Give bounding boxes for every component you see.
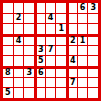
sudoku-cell-r6c5[interactable]: [46, 56, 56, 66]
sudoku-cell-r4c5[interactable]: [46, 35, 56, 45]
sudoku-cell-r3c6[interactable]: 1: [56, 24, 66, 34]
sudoku-cell-r7c3[interactable]: 3: [24, 67, 34, 77]
sudoku-cell-r8c5[interactable]: [46, 78, 56, 88]
sudoku-cell-r6c4[interactable]: 5: [35, 56, 45, 66]
sudoku-cell-r6c7[interactable]: 4: [67, 56, 77, 66]
sudoku-cell-r1c3[interactable]: [24, 3, 34, 13]
sudoku-cell-r9c1[interactable]: 5: [3, 88, 13, 98]
sudoku-cell-r6c6[interactable]: [56, 56, 66, 66]
sudoku-cell-r7c4[interactable]: 6: [35, 67, 45, 77]
sudoku-cell-r3c5[interactable]: [46, 24, 56, 34]
sudoku-cell-r3c8[interactable]: [78, 24, 88, 34]
sudoku-cell-r2c7[interactable]: [67, 14, 77, 24]
sudoku-cell-r2c1[interactable]: [3, 14, 13, 24]
sudoku-cell-r9c4[interactable]: [35, 88, 45, 98]
sudoku-cell-r8c4[interactable]: [35, 78, 45, 88]
sudoku-cell-r2c8[interactable]: [78, 14, 88, 24]
sudoku-cell-r4c6[interactable]: [56, 35, 66, 45]
sudoku-cell-r4c9[interactable]: [88, 35, 98, 45]
sudoku-cell-r1c9[interactable]: 3: [88, 3, 98, 13]
sudoku-cell-r7c5[interactable]: [46, 67, 56, 77]
sudoku-cell-r5c6[interactable]: [56, 46, 66, 56]
sudoku-cell-r1c2[interactable]: [14, 3, 24, 13]
sudoku-cell-r1c4[interactable]: [35, 3, 45, 13]
sudoku-cell-r6c3[interactable]: [24, 56, 34, 66]
sudoku-cell-r1c1[interactable]: [3, 3, 13, 13]
sudoku-cell-r2c5[interactable]: 4: [46, 14, 56, 24]
sudoku-cell-r5c4[interactable]: 3: [35, 46, 45, 56]
sudoku-cell-r8c8[interactable]: [78, 78, 88, 88]
sudoku-cell-r9c6[interactable]: [56, 88, 66, 98]
sudoku-cell-r1c5[interactable]: [46, 3, 56, 13]
sudoku-cell-r4c3[interactable]: [24, 35, 34, 45]
sudoku-cell-r7c2[interactable]: [14, 67, 24, 77]
sudoku-cell-r3c3[interactable]: [24, 24, 34, 34]
sudoku-cell-r8c9[interactable]: [88, 78, 98, 88]
sudoku-cell-r7c7[interactable]: [67, 67, 77, 77]
sudoku-cell-r9c5[interactable]: [46, 88, 56, 98]
sudoku-cell-r5c3[interactable]: [24, 46, 34, 56]
sudoku-cell-r2c4[interactable]: [35, 14, 45, 24]
sudoku-cell-r5c8[interactable]: [78, 46, 88, 56]
sudoku-cell-r7c6[interactable]: [56, 67, 66, 77]
sudoku-cell-r3c9[interactable]: [88, 24, 98, 34]
sudoku-cell-r2c2[interactable]: 2: [14, 14, 24, 24]
sudoku-cell-r6c1[interactable]: [3, 56, 13, 66]
sudoku-cell-r4c2[interactable]: 4: [14, 35, 24, 45]
sudoku-cell-r3c7[interactable]: [67, 24, 77, 34]
sudoku-cell-r4c4[interactable]: [35, 35, 45, 45]
sudoku-cell-r8c3[interactable]: [24, 78, 34, 88]
sudoku-cell-r9c8[interactable]: [78, 88, 88, 98]
sudoku-cell-r6c2[interactable]: [14, 56, 24, 66]
sudoku-cell-r2c3[interactable]: [24, 14, 34, 24]
sudoku-cell-r4c7[interactable]: 2: [67, 35, 77, 45]
sudoku-cell-r8c2[interactable]: [14, 78, 24, 88]
sudoku-cell-r7c8[interactable]: [78, 67, 88, 77]
sudoku-cell-r6c8[interactable]: [78, 56, 88, 66]
sudoku-cell-r3c1[interactable]: [3, 24, 13, 34]
sudoku-cell-r9c7[interactable]: [67, 88, 77, 98]
sudoku-cell-r8c7[interactable]: 7: [67, 78, 77, 88]
sudoku-cell-r9c3[interactable]: [24, 88, 34, 98]
sudoku-cell-r7c1[interactable]: 8: [3, 67, 13, 77]
sudoku-cell-r9c9[interactable]: [88, 88, 98, 98]
sudoku-cell-r3c4[interactable]: [35, 24, 45, 34]
sudoku-cell-r5c9[interactable]: [88, 46, 98, 56]
sudoku-cell-r2c9[interactable]: [88, 14, 98, 24]
sudoku-cell-r5c5[interactable]: 7: [46, 46, 56, 56]
sudoku-cell-r1c6[interactable]: [56, 3, 66, 13]
sudoku-cell-r8c1[interactable]: [3, 78, 13, 88]
sudoku-cell-r5c1[interactable]: [3, 46, 13, 56]
sudoku-cell-r5c2[interactable]: [14, 46, 24, 56]
sudoku-board: 63241421375483675: [0, 0, 101, 101]
sudoku-cell-r9c2[interactable]: [14, 88, 24, 98]
sudoku-cell-r5c7[interactable]: [67, 46, 77, 56]
sudoku-cell-r6c9[interactable]: [88, 56, 98, 66]
sudoku-cell-r1c8[interactable]: 6: [78, 3, 88, 13]
sudoku-cell-r1c7[interactable]: [67, 3, 77, 13]
sudoku-cell-r2c6[interactable]: [56, 14, 66, 24]
sudoku-cell-r8c6[interactable]: [56, 78, 66, 88]
sudoku-cell-r4c8[interactable]: 1: [78, 35, 88, 45]
sudoku-cell-r4c1[interactable]: [3, 35, 13, 45]
sudoku-cell-r3c2[interactable]: [14, 24, 24, 34]
sudoku-cell-r7c9[interactable]: [88, 67, 98, 77]
